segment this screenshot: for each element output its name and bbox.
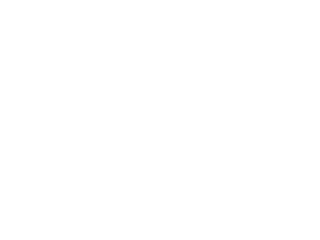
chess-board — [0, 0, 96, 96]
